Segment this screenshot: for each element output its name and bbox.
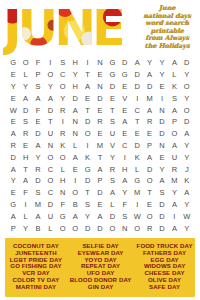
grid-cell: D: [156, 210, 168, 222]
grid-cell: L: [106, 199, 118, 211]
grid-cell: O: [143, 210, 155, 222]
grid-cell: A: [168, 199, 180, 211]
grid-cell: A: [32, 210, 44, 222]
grid-cell: T: [131, 116, 143, 128]
grid-cell: G: [7, 57, 19, 69]
grid-cell: E: [106, 92, 118, 104]
grid-cell: E: [7, 92, 19, 104]
grid-cell: E: [131, 128, 143, 140]
grid-cell: Y: [119, 187, 131, 199]
grid-cell: Y: [81, 210, 93, 222]
grid-cell: D: [106, 210, 118, 222]
grid-cell: E: [7, 116, 19, 128]
grid-cell: D: [143, 81, 155, 93]
grid-cell: E: [119, 128, 131, 140]
grid-cell: A: [168, 140, 180, 152]
grid-cell: A: [44, 92, 56, 104]
grid-cell: I: [69, 175, 81, 187]
grid-cell: D: [94, 222, 106, 234]
grid-cell: D: [69, 92, 81, 104]
grid-cell: S: [119, 210, 131, 222]
grid-cell: G: [57, 210, 69, 222]
grid-cell: O: [57, 81, 69, 93]
grid-cell: R: [143, 222, 155, 234]
grid-cell: A: [181, 128, 193, 140]
grid-cell: A: [32, 140, 44, 152]
grid-cell: J: [181, 163, 193, 175]
grid-cell: I: [81, 140, 93, 152]
header: JUNE June national days word search prin…: [0, 0, 200, 55]
grid-cell: E: [94, 128, 106, 140]
grid-cell: C: [131, 104, 143, 116]
grid-cell: T: [81, 69, 93, 81]
page-title: JUNE: [3, 0, 122, 56]
grid-cell: A: [19, 92, 31, 104]
grid-cell: S: [156, 187, 168, 199]
grid-cell: E: [156, 151, 168, 163]
word-search-grid: GOFISHINGDAYYADELPOCYTEGGDAYLYYYSYOHANDE…: [0, 55, 200, 234]
grid-cell: E: [94, 199, 106, 211]
grid-cell: A: [143, 151, 155, 163]
grid-cell: O: [44, 175, 56, 187]
grid-cell: A: [131, 57, 143, 69]
grid-cell: N: [94, 81, 106, 93]
grid-cell: A: [94, 210, 106, 222]
grid-cell: P: [32, 69, 44, 81]
grid-cell: D: [181, 57, 193, 69]
grid-cell: P: [168, 116, 180, 128]
grid-cell: K: [57, 140, 69, 152]
grid-cell: M: [131, 187, 143, 199]
grid-cell: B: [32, 222, 44, 234]
grid-cell: P: [94, 175, 106, 187]
grid-cell: F: [119, 199, 131, 211]
grid-cell: E: [7, 187, 19, 199]
grid-cell: S: [81, 199, 93, 211]
grid-cell: N: [69, 128, 81, 140]
grid-cell: Y: [168, 187, 180, 199]
grid-cell: D: [131, 69, 143, 81]
grid-cell: E: [7, 69, 19, 81]
grid-cell: O: [69, 187, 81, 199]
grid-cell: A: [94, 163, 106, 175]
grid-cell: D: [81, 222, 93, 234]
grid-cell: A: [143, 104, 155, 116]
grid-cell: O: [106, 222, 118, 234]
grid-cell: E: [94, 104, 106, 116]
grid-cell: O: [181, 81, 193, 93]
grid-cell: Y: [7, 81, 19, 93]
grid-cell: T: [81, 187, 93, 199]
grid-cell: L: [168, 69, 180, 81]
word-list-item: GIN DAY: [66, 284, 135, 291]
grid-cell: N: [94, 57, 106, 69]
grid-cell: Y: [156, 163, 168, 175]
grid-cell: M: [32, 199, 44, 211]
grid-cell: K: [81, 151, 93, 163]
grid-cell: S: [32, 81, 44, 93]
grid-cell: U: [106, 128, 118, 140]
grid-cell: D: [44, 104, 56, 116]
grid-cell: I: [131, 199, 143, 211]
grid-cell: A: [119, 175, 131, 187]
grid-cell: E: [119, 81, 131, 93]
grid-cell: C: [119, 140, 131, 152]
grid-cell: S: [106, 175, 118, 187]
grid-cell: D: [156, 128, 168, 140]
grid-cell: H: [69, 81, 81, 93]
grid-cell: O: [57, 222, 69, 234]
grid-cell: Y: [156, 69, 168, 81]
grid-cell: F: [32, 104, 44, 116]
grid-cell: D: [156, 199, 168, 211]
grid-cell: E: [119, 104, 131, 116]
grid-cell: E: [32, 116, 44, 128]
grid-cell: C: [57, 69, 69, 81]
grid-cell: F: [19, 187, 31, 199]
grid-cell: A: [168, 104, 180, 116]
grid-cell: E: [81, 92, 93, 104]
grid-cell: Y: [181, 92, 193, 104]
grid-cell: D: [131, 140, 143, 152]
grid-cell: N: [57, 187, 69, 199]
grid-cell: I: [81, 57, 93, 69]
grid-cell: I: [119, 151, 131, 163]
grid-cell: Y: [57, 92, 69, 104]
grid-cell: L: [19, 210, 31, 222]
grid-cell: I: [131, 92, 143, 104]
grid-cell: R: [57, 104, 69, 116]
grid-cell: C: [44, 187, 56, 199]
grid-cell: L: [57, 163, 69, 175]
grid-cell: A: [81, 81, 93, 93]
grid-cell: O: [143, 175, 155, 187]
grid-cell: D: [7, 151, 19, 163]
grid-cell: G: [106, 57, 118, 69]
word-list-box: COCONUT DAYJUNETEENTHLGBT PRIDE DAYGO FI…: [5, 238, 195, 297]
grid-cell: G: [131, 175, 143, 187]
grid-cell: Y: [181, 69, 193, 81]
grid-cell: E: [69, 163, 81, 175]
grid-cell: B: [69, 199, 81, 211]
grid-cell: D: [32, 128, 44, 140]
grid-cell: A: [7, 210, 19, 222]
grid-cell: A: [69, 210, 81, 222]
grid-cell: R: [7, 140, 19, 152]
grid-cell: L: [19, 69, 31, 81]
grid-cell: L: [44, 222, 56, 234]
grid-cell: Y: [143, 57, 155, 69]
grid-cell: W: [131, 210, 143, 222]
grid-cell: N: [156, 140, 168, 152]
grid-cell: A: [168, 222, 180, 234]
grid-cell: G: [7, 199, 19, 211]
grid-cell: D: [131, 81, 143, 93]
grid-cell: E: [19, 140, 31, 152]
grid-cell: P: [143, 140, 155, 152]
grid-cell: S: [168, 92, 180, 104]
grid-cell: Y: [181, 151, 193, 163]
grid-cell: H: [119, 163, 131, 175]
grid-cell: A: [69, 104, 81, 116]
grid-cell: M: [168, 175, 180, 187]
word-list-column-1: COCONUT DAYJUNETEENTHLGBT PRIDE DAYGO FI…: [6, 243, 66, 291]
grid-cell: E: [143, 128, 155, 140]
grid-cell: T: [106, 104, 118, 116]
grid-cell: A: [19, 175, 31, 187]
grid-cell: D: [143, 163, 155, 175]
grid-cell: D: [81, 116, 93, 128]
grid-cell: A: [32, 92, 44, 104]
grid-cell: A: [143, 69, 155, 81]
grid-cell: G: [119, 69, 131, 81]
grid-cell: Y: [181, 199, 193, 211]
grid-cell: D: [19, 104, 31, 116]
grid-cell: T: [143, 187, 155, 199]
grid-cell: P: [7, 222, 19, 234]
grid-cell: A: [7, 163, 19, 175]
grid-cell: Y: [19, 222, 31, 234]
grid-cell: O: [131, 222, 143, 234]
grid-cell: O: [69, 222, 81, 234]
grid-cell: D: [156, 116, 168, 128]
grid-cell: Y: [181, 222, 193, 234]
grid-cell: A: [7, 128, 19, 140]
grid-cell: T: [81, 104, 93, 116]
grid-cell: Y: [181, 140, 193, 152]
grid-cell: D: [119, 57, 131, 69]
header-note-line: the Holidays: [136, 43, 198, 51]
grid-cell: S: [32, 187, 44, 199]
grid-cell: Y: [7, 175, 19, 187]
grid-cell: T: [19, 163, 31, 175]
grid-cell: D: [181, 116, 193, 128]
word-list-item: SAFE DAY: [135, 284, 194, 291]
grid-cell: N: [156, 104, 168, 116]
grid-cell: C: [44, 163, 56, 175]
grid-cell: R: [57, 128, 69, 140]
grid-cell: H: [57, 175, 69, 187]
grid-cell: O: [181, 104, 193, 116]
grid-cell: R: [168, 163, 180, 175]
grid-cell: F: [32, 57, 44, 69]
word-list-column-2: SELFIE DAYEYEWEAR DAYYOYO DAYREPEAT DAYU…: [66, 243, 135, 291]
grid-cell: A: [119, 116, 131, 128]
grid-cell: Y: [69, 69, 81, 81]
grid-cell: A: [69, 151, 81, 163]
grid-cell: U: [168, 151, 180, 163]
grid-cell: Y: [156, 57, 168, 69]
grid-cell: E: [156, 81, 168, 93]
grid-cell: V: [106, 140, 118, 152]
grid-cell: T: [44, 116, 56, 128]
grid-cell: V: [119, 92, 131, 104]
grid-cell: N: [44, 140, 56, 152]
grid-cell: K: [131, 151, 143, 163]
grid-cell: M: [143, 92, 155, 104]
grid-cell: N: [119, 222, 131, 234]
grid-cell: R: [19, 128, 31, 140]
grid-cell: S: [19, 116, 31, 128]
grid-cell: O: [19, 57, 31, 69]
grid-cell: I: [57, 116, 69, 128]
grid-cell: T: [94, 151, 106, 163]
grid-cell: O: [168, 128, 180, 140]
grid-cell: A: [168, 57, 180, 69]
grid-cell: E: [143, 199, 155, 211]
grid-cell: O: [44, 69, 56, 81]
grid-cell: R: [94, 116, 106, 128]
grid-cell: D: [32, 175, 44, 187]
grid-cell: Y: [44, 81, 56, 93]
grid-cell: M: [94, 140, 106, 152]
grid-cell: D: [81, 175, 93, 187]
grid-cell: A: [181, 187, 193, 199]
grid-cell: O: [57, 151, 69, 163]
grid-cell: Y: [106, 151, 118, 163]
grid-cell: N: [69, 116, 81, 128]
grid-cell: S: [57, 57, 69, 69]
grid-cell: I: [168, 210, 180, 222]
grid-cell: U: [44, 128, 56, 140]
grid-cell: S: [106, 116, 118, 128]
grid-cell: W: [7, 104, 19, 116]
grid-cell: U: [44, 210, 56, 222]
grid-cell: R: [143, 116, 155, 128]
grid-cell: H: [69, 57, 81, 69]
grid-cell: L: [131, 163, 143, 175]
grid-cell: H: [19, 151, 31, 163]
grid-cell: R: [32, 163, 44, 175]
header-note: June national days word search printable…: [136, 0, 198, 51]
grid-cell: D: [44, 199, 56, 211]
grid-cell: I: [44, 57, 56, 69]
grid-cell: Y: [19, 81, 31, 93]
grid-cell: D: [94, 92, 106, 104]
grid-cell: D: [94, 187, 106, 199]
grid-cell: D: [156, 222, 168, 234]
grid-cell: G: [106, 69, 118, 81]
grid-cell: E: [94, 69, 106, 81]
grid-cell: A: [106, 187, 118, 199]
grid-cell: A: [156, 175, 168, 187]
grid-cell: I: [156, 92, 168, 104]
grid-cell: K: [181, 175, 193, 187]
grid-cell: F: [57, 199, 69, 211]
grid-cell: O: [81, 128, 93, 140]
word-list-item: MARTINI DAY: [6, 284, 66, 291]
grid-cell: O: [44, 151, 56, 163]
grid-cell: I: [19, 199, 31, 211]
grid-cell: L: [69, 140, 81, 152]
grid-cell: G: [81, 163, 93, 175]
grid-cell: K: [168, 81, 180, 93]
grid-cell: R: [106, 163, 118, 175]
grid-cell: W: [181, 210, 193, 222]
grid-cell: Y: [32, 151, 44, 163]
grid-cell: D: [106, 81, 118, 93]
word-list-column-3: FOOD TRUCK DAYFATHERS DAYEGG DAYWIDOWS D…: [135, 243, 194, 291]
